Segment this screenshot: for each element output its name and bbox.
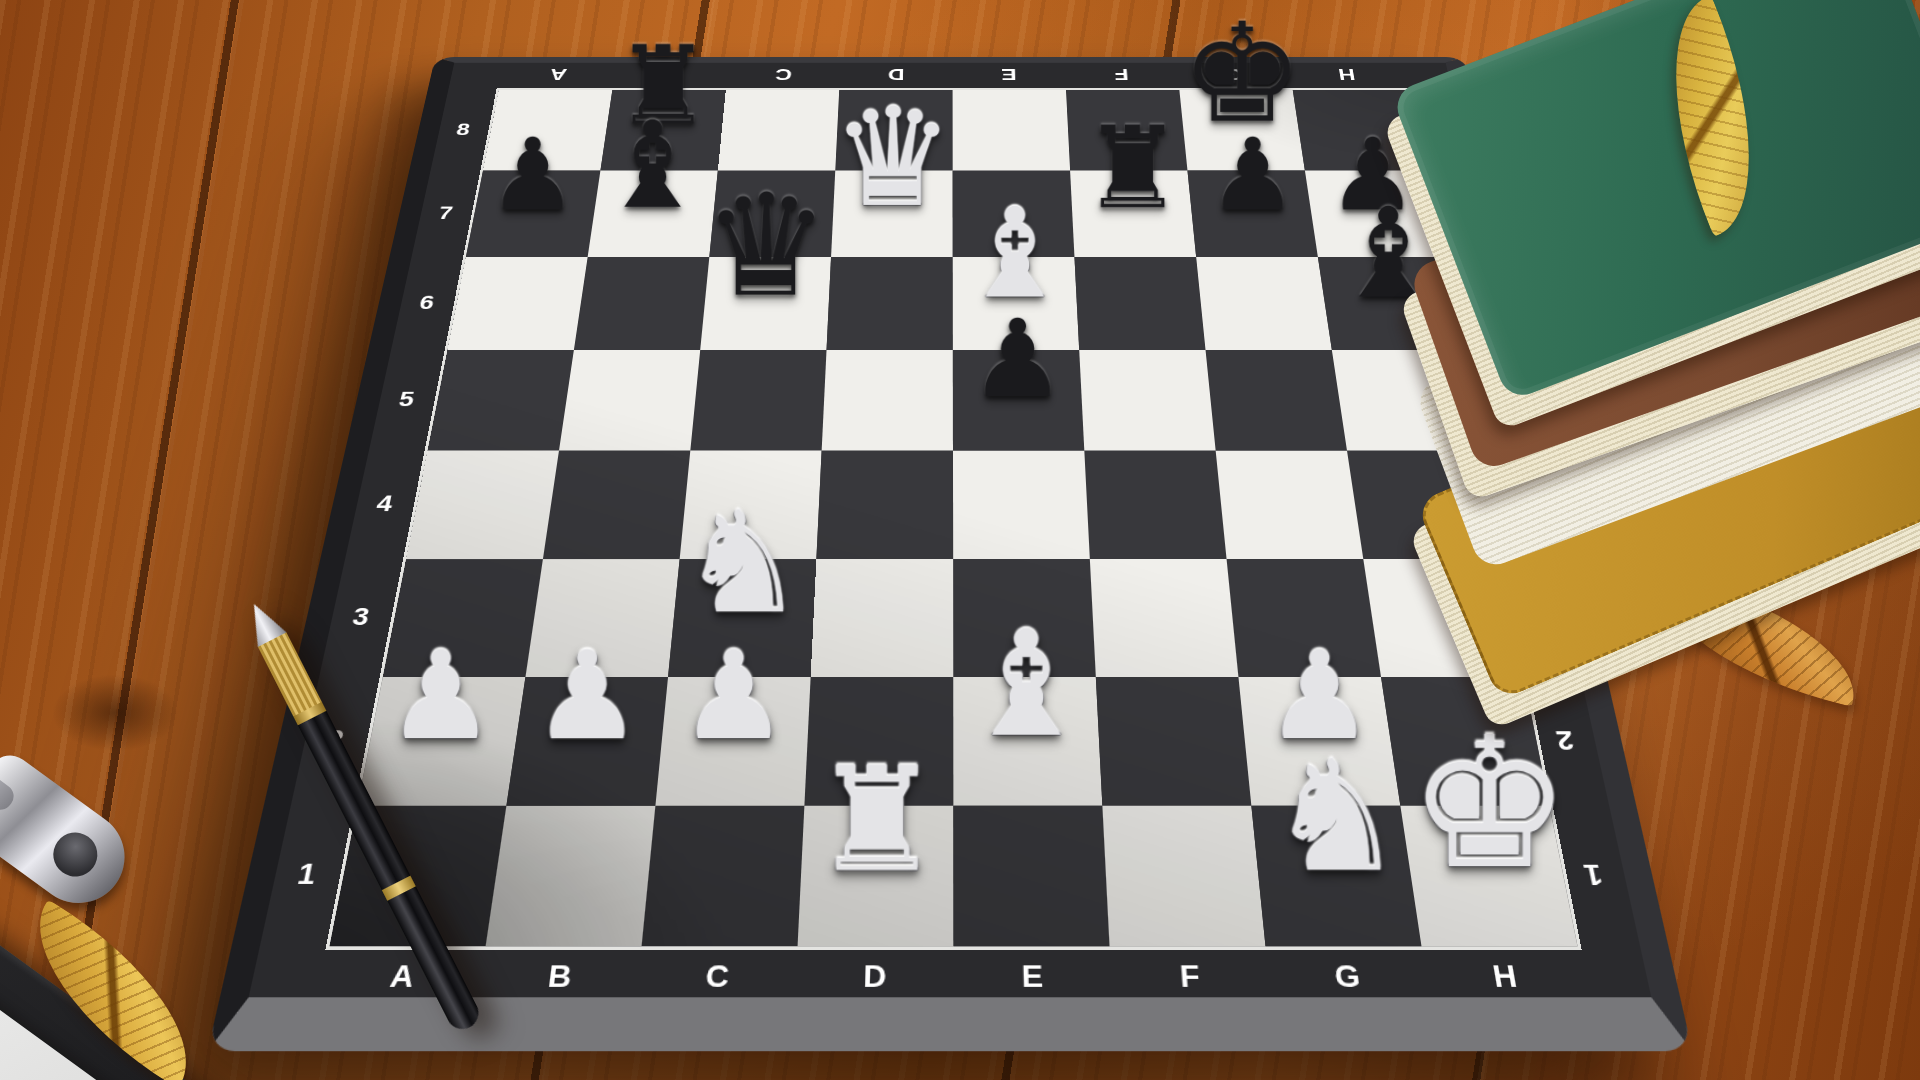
square-d5[interactable] [822,350,953,450]
file-label-bottom-f: F [1110,960,1270,995]
square-c6[interactable]: ♛ [700,257,831,350]
square-a6[interactable] [448,257,588,350]
square-g1[interactable]: ♞ [1251,806,1421,947]
piece-white-pawn-c2[interactable]: ♟ [679,638,788,754]
piece-white-rook-d1[interactable]: ♜ [812,753,941,890]
square-d6[interactable] [827,257,953,350]
piece-white-pawn-b2[interactable]: ♟ [533,638,642,754]
square-g4[interactable] [1216,450,1364,559]
piece-white-queen-d7[interactable]: ♛ [832,93,954,223]
file-label-bottom-b: B [478,960,640,995]
clipboard-metal-clip [0,747,143,921]
square-b4[interactable] [543,450,690,559]
square-a5[interactable] [428,350,574,450]
square-e5[interactable]: ♟ [953,350,1084,450]
square-b1[interactable] [486,806,656,947]
rank-label-left-4: 4 [355,450,412,559]
square-b6[interactable] [574,257,709,350]
square-c8[interactable] [718,90,839,171]
file-label-bottom-d: D [795,960,953,995]
square-c5[interactable] [690,350,826,450]
square-e1[interactable] [953,806,1109,947]
square-f1[interactable] [1102,806,1265,947]
square-d1[interactable]: ♜ [798,806,954,947]
piece-black-pawn-a7[interactable]: ♟ [488,127,578,222]
square-g6[interactable] [1196,257,1332,350]
rank-label-left-3: 3 [330,559,391,677]
square-f5[interactable] [1079,350,1215,450]
square-f7[interactable]: ♜ [1070,171,1196,257]
square-g5[interactable] [1206,350,1347,450]
square-e4[interactable] [953,450,1090,559]
square-f4[interactable] [1084,450,1226,559]
square-h1[interactable]: ♚ [1400,806,1577,947]
square-b5[interactable] [559,350,700,450]
piece-black-rook-f7[interactable]: ♜ [1082,115,1183,222]
file-label-bottom-h: H [1424,960,1588,995]
square-f6[interactable] [1074,257,1205,350]
square-c2[interactable]: ♟ [655,677,810,806]
piece-black-pawn-e5[interactable]: ♟ [969,308,1066,410]
file-label-top-e: E [953,65,1066,83]
file-labels-bottom: ABCDEFGH [320,960,1587,995]
square-d4[interactable] [816,450,953,559]
file-label-top-c: C [726,65,840,83]
square-b7[interactable]: ♝ [588,171,718,257]
file-label-top-a: A [500,65,616,83]
piece-white-bishop-e6[interactable]: ♝ [959,194,1071,312]
rank-label-left-7: 7 [421,171,470,257]
square-f3[interactable] [1090,559,1239,677]
file-label-bottom-e: E [954,960,1112,995]
piece-white-bishop-e2[interactable]: ♝ [961,615,1092,754]
square-e8[interactable] [953,90,1071,171]
rank-label-left-8: 8 [439,90,486,171]
rank-label-left-6: 6 [401,257,452,350]
square-b2[interactable]: ♟ [506,677,668,806]
piece-white-pawn-a2[interactable]: ♟ [386,638,495,754]
file-label-top-f: F [1065,65,1179,83]
square-d7[interactable]: ♛ [831,171,953,257]
file-label-top-h: H [1289,65,1405,83]
rank-label-left-5: 5 [379,350,433,450]
file-label-bottom-c: C [637,960,797,995]
square-f2[interactable] [1096,677,1252,806]
square-d3[interactable] [811,559,954,677]
square-e2[interactable]: ♝ [953,677,1102,806]
file-label-bottom-g: G [1267,960,1429,995]
piece-black-bishop-b7[interactable]: ♝ [599,108,707,222]
square-a2[interactable]: ♟ [357,677,525,806]
piece-black-queen-c6[interactable]: ♛ [703,178,830,312]
square-c1[interactable] [642,806,805,947]
square-a4[interactable] [406,450,559,559]
square-a7[interactable]: ♟ [466,171,601,257]
piece-white-knight-g1[interactable]: ♞ [1268,744,1405,889]
piece-white-knight-c3[interactable]: ♞ [680,496,806,629]
